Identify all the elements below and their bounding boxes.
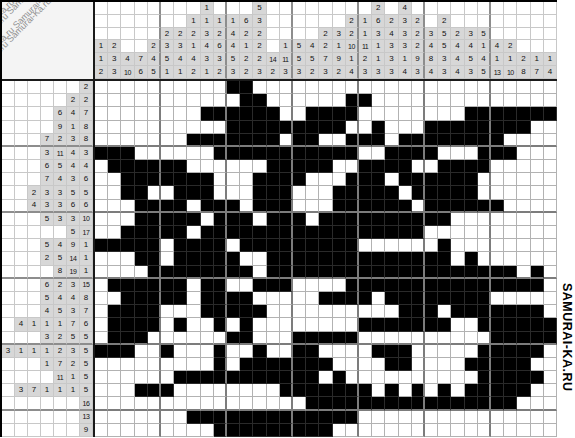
grid-cell[interactable] bbox=[319, 160, 332, 173]
grid-cell[interactable] bbox=[227, 279, 240, 292]
grid-cell[interactable] bbox=[108, 424, 121, 437]
grid-cell[interactable] bbox=[95, 186, 108, 199]
grid-cell[interactable] bbox=[148, 186, 161, 199]
grid-cell[interactable] bbox=[517, 226, 530, 239]
grid-cell[interactable] bbox=[174, 121, 187, 134]
grid-cell[interactable] bbox=[227, 318, 240, 331]
grid-cell[interactable] bbox=[95, 279, 108, 292]
grid-cell[interactable] bbox=[306, 134, 319, 147]
grid-cell[interactable] bbox=[214, 200, 227, 213]
grid-cell[interactable] bbox=[399, 345, 412, 358]
grid-cell[interactable] bbox=[135, 397, 148, 410]
grid-cell[interactable] bbox=[187, 107, 200, 120]
grid-cell[interactable] bbox=[399, 252, 412, 265]
grid-cell[interactable] bbox=[319, 213, 332, 226]
grid-cell[interactable] bbox=[478, 226, 491, 239]
grid-cell[interactable] bbox=[412, 305, 425, 318]
grid-cell[interactable] bbox=[491, 226, 504, 239]
grid-cell[interactable] bbox=[306, 371, 319, 384]
grid-cell[interactable] bbox=[372, 279, 385, 292]
grid-cell[interactable] bbox=[438, 213, 451, 226]
grid-cell[interactable] bbox=[174, 424, 187, 437]
grid-cell[interactable] bbox=[531, 186, 544, 199]
grid-cell[interactable] bbox=[346, 81, 359, 94]
grid-cell[interactable] bbox=[412, 345, 425, 358]
grid-cell[interactable] bbox=[359, 213, 372, 226]
grid-cell[interactable] bbox=[359, 81, 372, 94]
grid-cell[interactable] bbox=[253, 173, 266, 186]
grid-cell[interactable] bbox=[306, 173, 319, 186]
grid-cell[interactable] bbox=[201, 279, 214, 292]
grid-cell[interactable] bbox=[187, 371, 200, 384]
grid-cell[interactable] bbox=[544, 292, 557, 305]
grid-cell[interactable] bbox=[187, 411, 200, 424]
grid-cell[interactable] bbox=[372, 147, 385, 160]
grid-cell[interactable] bbox=[438, 279, 451, 292]
grid-cell[interactable] bbox=[491, 332, 504, 345]
grid-cell[interactable] bbox=[280, 411, 293, 424]
grid-cell[interactable] bbox=[148, 147, 161, 160]
grid-cell[interactable] bbox=[148, 121, 161, 134]
grid-cell[interactable] bbox=[544, 134, 557, 147]
grid-cell[interactable] bbox=[425, 318, 438, 331]
grid-cell[interactable] bbox=[399, 266, 412, 279]
grid-cell[interactable] bbox=[478, 213, 491, 226]
grid-cell[interactable] bbox=[491, 384, 504, 397]
grid-cell[interactable] bbox=[465, 81, 478, 94]
grid-cell[interactable] bbox=[491, 107, 504, 120]
grid-cell[interactable] bbox=[451, 266, 464, 279]
grid-cell[interactable] bbox=[517, 160, 530, 173]
grid-cell[interactable] bbox=[319, 318, 332, 331]
grid-cell[interactable] bbox=[161, 252, 174, 265]
grid-cell[interactable] bbox=[333, 107, 346, 120]
grid-cell[interactable] bbox=[544, 94, 557, 107]
grid-cell[interactable] bbox=[214, 384, 227, 397]
grid-cell[interactable] bbox=[478, 121, 491, 134]
grid-cell[interactable] bbox=[227, 371, 240, 384]
grid-cell[interactable] bbox=[240, 345, 253, 358]
grid-cell[interactable] bbox=[425, 252, 438, 265]
grid-cell[interactable] bbox=[319, 266, 332, 279]
grid-cell[interactable] bbox=[121, 81, 134, 94]
grid-cell[interactable] bbox=[201, 94, 214, 107]
grid-cell[interactable] bbox=[412, 107, 425, 120]
grid-cell[interactable] bbox=[135, 318, 148, 331]
grid-cell[interactable] bbox=[135, 279, 148, 292]
grid-cell[interactable] bbox=[214, 160, 227, 173]
grid-cell[interactable] bbox=[121, 200, 134, 213]
grid-cell[interactable] bbox=[135, 345, 148, 358]
grid-cell[interactable] bbox=[412, 397, 425, 410]
grid-cell[interactable] bbox=[306, 358, 319, 371]
grid-cell[interactable] bbox=[174, 371, 187, 384]
grid-cell[interactable] bbox=[346, 94, 359, 107]
grid-cell[interactable] bbox=[174, 173, 187, 186]
grid-cell[interactable] bbox=[293, 318, 306, 331]
grid-cell[interactable] bbox=[465, 318, 478, 331]
grid-cell[interactable] bbox=[359, 147, 372, 160]
grid-cell[interactable] bbox=[333, 186, 346, 199]
grid-cell[interactable] bbox=[385, 160, 398, 173]
grid-cell[interactable] bbox=[187, 173, 200, 186]
grid-cell[interactable] bbox=[253, 397, 266, 410]
grid-cell[interactable] bbox=[359, 397, 372, 410]
grid-cell[interactable] bbox=[201, 200, 214, 213]
grid-cell[interactable] bbox=[293, 345, 306, 358]
grid-cell[interactable] bbox=[438, 397, 451, 410]
grid-cell[interactable] bbox=[201, 397, 214, 410]
grid-cell[interactable] bbox=[108, 239, 121, 252]
grid-cell[interactable] bbox=[95, 397, 108, 410]
grid-cell[interactable] bbox=[95, 200, 108, 213]
grid-cell[interactable] bbox=[253, 107, 266, 120]
grid-cell[interactable] bbox=[399, 371, 412, 384]
grid-cell[interactable] bbox=[108, 107, 121, 120]
grid-cell[interactable] bbox=[491, 424, 504, 437]
grid-cell[interactable] bbox=[240, 147, 253, 160]
grid-cell[interactable] bbox=[425, 411, 438, 424]
grid-cell[interactable] bbox=[438, 266, 451, 279]
grid-cell[interactable] bbox=[372, 107, 385, 120]
grid-cell[interactable] bbox=[253, 358, 266, 371]
grid-cell[interactable] bbox=[95, 371, 108, 384]
grid-cell[interactable] bbox=[451, 384, 464, 397]
grid-cell[interactable] bbox=[121, 279, 134, 292]
grid-cell[interactable] bbox=[306, 239, 319, 252]
grid-cell[interactable] bbox=[465, 94, 478, 107]
grid-cell[interactable] bbox=[438, 411, 451, 424]
grid-cell[interactable] bbox=[280, 384, 293, 397]
grid-cell[interactable] bbox=[135, 81, 148, 94]
grid-cell[interactable] bbox=[372, 424, 385, 437]
grid-cell[interactable] bbox=[214, 239, 227, 252]
grid-cell[interactable] bbox=[504, 411, 517, 424]
grid-cell[interactable] bbox=[385, 252, 398, 265]
grid-cell[interactable] bbox=[319, 173, 332, 186]
grid-cell[interactable] bbox=[412, 411, 425, 424]
grid-cell[interactable] bbox=[95, 226, 108, 239]
grid-cell[interactable] bbox=[174, 384, 187, 397]
grid-cell[interactable] bbox=[319, 239, 332, 252]
grid-cell[interactable] bbox=[293, 332, 306, 345]
grid-cell[interactable] bbox=[187, 384, 200, 397]
grid-cell[interactable] bbox=[478, 305, 491, 318]
grid-cell[interactable] bbox=[108, 200, 121, 213]
grid-cell[interactable] bbox=[478, 239, 491, 252]
grid-cell[interactable] bbox=[108, 134, 121, 147]
grid-cell[interactable] bbox=[425, 358, 438, 371]
grid-cell[interactable] bbox=[201, 318, 214, 331]
grid-cell[interactable] bbox=[214, 213, 227, 226]
grid-cell[interactable] bbox=[491, 252, 504, 265]
grid-cell[interactable] bbox=[531, 371, 544, 384]
grid-cell[interactable] bbox=[306, 94, 319, 107]
grid-cell[interactable] bbox=[465, 305, 478, 318]
grid-cell[interactable] bbox=[214, 147, 227, 160]
grid-cell[interactable] bbox=[135, 107, 148, 120]
grid-cell[interactable] bbox=[412, 134, 425, 147]
grid-cell[interactable] bbox=[240, 160, 253, 173]
grid-cell[interactable] bbox=[478, 81, 491, 94]
grid-cell[interactable] bbox=[253, 252, 266, 265]
grid-cell[interactable] bbox=[333, 81, 346, 94]
grid-cell[interactable] bbox=[333, 134, 346, 147]
grid-cell[interactable] bbox=[293, 397, 306, 410]
grid-cell[interactable] bbox=[531, 279, 544, 292]
grid-cell[interactable] bbox=[319, 371, 332, 384]
grid-cell[interactable] bbox=[359, 160, 372, 173]
grid-cell[interactable] bbox=[385, 134, 398, 147]
grid-cell[interactable] bbox=[333, 358, 346, 371]
grid-cell[interactable] bbox=[544, 186, 557, 199]
grid-cell[interactable] bbox=[333, 200, 346, 213]
grid-cell[interactable] bbox=[412, 318, 425, 331]
grid-cell[interactable] bbox=[135, 266, 148, 279]
grid-cell[interactable] bbox=[240, 332, 253, 345]
grid-cell[interactable] bbox=[346, 411, 359, 424]
grid-cell[interactable] bbox=[319, 424, 332, 437]
grid-cell[interactable] bbox=[412, 371, 425, 384]
grid-cell[interactable] bbox=[346, 160, 359, 173]
grid-cell[interactable] bbox=[531, 411, 544, 424]
grid-cell[interactable] bbox=[346, 279, 359, 292]
grid-cell[interactable] bbox=[135, 358, 148, 371]
grid-cell[interactable] bbox=[253, 292, 266, 305]
grid-cell[interactable] bbox=[412, 332, 425, 345]
grid-cell[interactable] bbox=[346, 226, 359, 239]
grid-cell[interactable] bbox=[267, 94, 280, 107]
grid-cell[interactable] bbox=[293, 147, 306, 160]
grid-cell[interactable] bbox=[214, 345, 227, 358]
grid-cell[interactable] bbox=[306, 345, 319, 358]
grid-cell[interactable] bbox=[372, 384, 385, 397]
grid-cell[interactable] bbox=[227, 384, 240, 397]
grid-cell[interactable] bbox=[517, 345, 530, 358]
grid-cell[interactable] bbox=[531, 160, 544, 173]
grid-cell[interactable] bbox=[201, 332, 214, 345]
grid-cell[interactable] bbox=[438, 134, 451, 147]
grid-cell[interactable] bbox=[293, 226, 306, 239]
grid-cell[interactable] bbox=[121, 160, 134, 173]
grid-cell[interactable] bbox=[412, 173, 425, 186]
grid-cell[interactable] bbox=[306, 305, 319, 318]
grid-cell[interactable] bbox=[517, 213, 530, 226]
grid-cell[interactable] bbox=[504, 213, 517, 226]
grid-cell[interactable] bbox=[267, 292, 280, 305]
grid-cell[interactable] bbox=[121, 213, 134, 226]
grid-cell[interactable] bbox=[544, 160, 557, 173]
grid-cell[interactable] bbox=[201, 424, 214, 437]
grid-cell[interactable] bbox=[227, 147, 240, 160]
grid-cell[interactable] bbox=[135, 411, 148, 424]
grid-cell[interactable] bbox=[359, 332, 372, 345]
grid-cell[interactable] bbox=[504, 147, 517, 160]
grid-cell[interactable] bbox=[214, 107, 227, 120]
grid-cell[interactable] bbox=[253, 239, 266, 252]
grid-cell[interactable] bbox=[491, 279, 504, 292]
grid-cell[interactable] bbox=[293, 358, 306, 371]
grid-cell[interactable] bbox=[399, 186, 412, 199]
grid-cell[interactable] bbox=[372, 332, 385, 345]
grid-cell[interactable] bbox=[95, 358, 108, 371]
grid-cell[interactable] bbox=[531, 305, 544, 318]
grid-cell[interactable] bbox=[451, 305, 464, 318]
grid-cell[interactable] bbox=[517, 200, 530, 213]
grid-cell[interactable] bbox=[319, 226, 332, 239]
grid-cell[interactable] bbox=[438, 358, 451, 371]
grid-cell[interactable] bbox=[438, 226, 451, 239]
grid-cell[interactable] bbox=[491, 292, 504, 305]
grid-cell[interactable] bbox=[385, 384, 398, 397]
grid-cell[interactable] bbox=[187, 121, 200, 134]
grid-cell[interactable] bbox=[187, 318, 200, 331]
grid-cell[interactable] bbox=[478, 384, 491, 397]
grid-cell[interactable] bbox=[240, 371, 253, 384]
grid-cell[interactable] bbox=[372, 358, 385, 371]
grid-cell[interactable] bbox=[425, 266, 438, 279]
grid-cell[interactable] bbox=[135, 160, 148, 173]
grid-cell[interactable] bbox=[465, 226, 478, 239]
grid-cell[interactable] bbox=[174, 332, 187, 345]
grid-cell[interactable] bbox=[478, 94, 491, 107]
grid-cell[interactable] bbox=[517, 358, 530, 371]
grid-cell[interactable] bbox=[478, 252, 491, 265]
grid-cell[interactable] bbox=[478, 345, 491, 358]
grid-cell[interactable] bbox=[306, 213, 319, 226]
grid-cell[interactable] bbox=[359, 371, 372, 384]
grid-cell[interactable] bbox=[201, 292, 214, 305]
grid-cell[interactable] bbox=[306, 424, 319, 437]
grid-cell[interactable] bbox=[174, 358, 187, 371]
grid-cell[interactable] bbox=[108, 147, 121, 160]
grid-cell[interactable] bbox=[306, 332, 319, 345]
grid-cell[interactable] bbox=[267, 411, 280, 424]
grid-cell[interactable] bbox=[425, 173, 438, 186]
grid-cell[interactable] bbox=[544, 121, 557, 134]
grid-cell[interactable] bbox=[161, 173, 174, 186]
grid-cell[interactable] bbox=[280, 252, 293, 265]
grid-cell[interactable] bbox=[517, 121, 530, 134]
grid-cell[interactable] bbox=[95, 173, 108, 186]
grid-cell[interactable] bbox=[161, 424, 174, 437]
grid-cell[interactable] bbox=[465, 292, 478, 305]
grid-cell[interactable] bbox=[214, 226, 227, 239]
grid-cell[interactable] bbox=[346, 239, 359, 252]
grid-cell[interactable] bbox=[187, 397, 200, 410]
grid-cell[interactable] bbox=[531, 239, 544, 252]
grid-cell[interactable] bbox=[504, 424, 517, 437]
grid-cell[interactable] bbox=[227, 94, 240, 107]
grid-cell[interactable] bbox=[412, 424, 425, 437]
grid-cell[interactable] bbox=[359, 252, 372, 265]
grid-cell[interactable] bbox=[148, 200, 161, 213]
grid-cell[interactable] bbox=[359, 318, 372, 331]
grid-cell[interactable] bbox=[161, 160, 174, 173]
grid-cell[interactable] bbox=[280, 121, 293, 134]
grid-cell[interactable] bbox=[438, 200, 451, 213]
grid-cell[interactable] bbox=[280, 81, 293, 94]
grid-cell[interactable] bbox=[412, 200, 425, 213]
grid-cell[interactable] bbox=[201, 384, 214, 397]
grid-cell[interactable] bbox=[121, 121, 134, 134]
grid-cell[interactable] bbox=[253, 332, 266, 345]
grid-cell[interactable] bbox=[135, 424, 148, 437]
grid-cell[interactable] bbox=[174, 200, 187, 213]
grid-cell[interactable] bbox=[346, 121, 359, 134]
grid-cell[interactable] bbox=[293, 160, 306, 173]
grid-cell[interactable] bbox=[465, 332, 478, 345]
grid-cell[interactable] bbox=[121, 252, 134, 265]
grid-cell[interactable] bbox=[161, 411, 174, 424]
grid-cell[interactable] bbox=[359, 384, 372, 397]
grid-cell[interactable] bbox=[240, 411, 253, 424]
grid-cell[interactable] bbox=[253, 213, 266, 226]
grid-cell[interactable] bbox=[95, 147, 108, 160]
grid-cell[interactable] bbox=[253, 186, 266, 199]
grid-cell[interactable] bbox=[465, 345, 478, 358]
grid-cell[interactable] bbox=[319, 94, 332, 107]
grid-cell[interactable] bbox=[544, 266, 557, 279]
grid-cell[interactable] bbox=[280, 134, 293, 147]
grid-cell[interactable] bbox=[306, 318, 319, 331]
grid-cell[interactable] bbox=[95, 266, 108, 279]
grid-cell[interactable] bbox=[438, 186, 451, 199]
grid-cell[interactable] bbox=[425, 200, 438, 213]
grid-cell[interactable] bbox=[201, 121, 214, 134]
grid-cell[interactable] bbox=[412, 226, 425, 239]
grid-cell[interactable] bbox=[121, 411, 134, 424]
grid-cell[interactable] bbox=[280, 371, 293, 384]
grid-cell[interactable] bbox=[95, 121, 108, 134]
grid-cell[interactable] bbox=[478, 147, 491, 160]
grid-cell[interactable] bbox=[214, 371, 227, 384]
grid-cell[interactable] bbox=[121, 345, 134, 358]
grid-cell[interactable] bbox=[346, 107, 359, 120]
grid-cell[interactable] bbox=[187, 252, 200, 265]
grid-cell[interactable] bbox=[517, 318, 530, 331]
grid-cell[interactable] bbox=[201, 358, 214, 371]
grid-cell[interactable] bbox=[174, 411, 187, 424]
grid-cell[interactable] bbox=[319, 358, 332, 371]
grid-cell[interactable] bbox=[504, 121, 517, 134]
grid-cell[interactable] bbox=[306, 186, 319, 199]
grid-cell[interactable] bbox=[544, 411, 557, 424]
grid-cell[interactable] bbox=[412, 279, 425, 292]
grid-cell[interactable] bbox=[451, 81, 464, 94]
grid-cell[interactable] bbox=[399, 279, 412, 292]
grid-cell[interactable] bbox=[425, 239, 438, 252]
grid-cell[interactable] bbox=[201, 226, 214, 239]
grid-cell[interactable] bbox=[425, 213, 438, 226]
grid-cell[interactable] bbox=[504, 332, 517, 345]
grid-cell[interactable] bbox=[280, 226, 293, 239]
grid-cell[interactable] bbox=[187, 424, 200, 437]
grid-cell[interactable] bbox=[425, 160, 438, 173]
grid-cell[interactable] bbox=[385, 266, 398, 279]
grid-cell[interactable] bbox=[121, 239, 134, 252]
grid-cell[interactable] bbox=[95, 107, 108, 120]
grid-cell[interactable] bbox=[399, 121, 412, 134]
grid-cell[interactable] bbox=[319, 292, 332, 305]
grid-cell[interactable] bbox=[267, 134, 280, 147]
grid-cell[interactable] bbox=[438, 173, 451, 186]
grid-cell[interactable] bbox=[201, 239, 214, 252]
grid-cell[interactable] bbox=[399, 81, 412, 94]
grid-cell[interactable] bbox=[385, 358, 398, 371]
grid-cell[interactable] bbox=[121, 134, 134, 147]
grid-cell[interactable] bbox=[108, 81, 121, 94]
